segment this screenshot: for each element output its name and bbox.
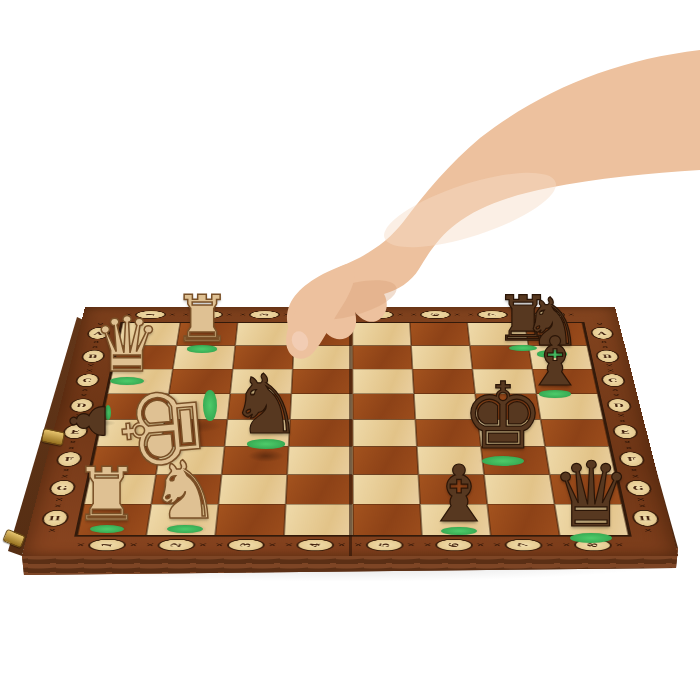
front-file-label-7: ✕7✕ — [492, 539, 556, 551]
border-filigree-motif: ✕ — [339, 313, 347, 316]
coordinate-medallion: 5 — [366, 539, 404, 551]
coordinate-label: 5 — [372, 313, 385, 317]
coordinate-medallion: 7 — [504, 539, 543, 551]
border-filigree-motif: ✕ — [406, 542, 415, 547]
border-filigree-motif: ✕ — [629, 468, 639, 473]
coordinate-label: C — [608, 378, 618, 383]
square-e4[interactable] — [353, 419, 417, 446]
border-filigree-motif: ✕ — [239, 313, 247, 316]
chess-photo-scene: ✕1✕✕2✕✕3✕✕4✕✕5✕✕6✕✕7✕✕8✕ ✕1✕✕2✕✕3✕✕4✕✕5✕… — [0, 0, 700, 700]
left-rank-label-A: ✕A✕ — [84, 323, 111, 344]
coordinate-label: E — [620, 429, 630, 435]
coordinate-label: 3 — [258, 313, 271, 317]
border-filigree-motif: ✕ — [74, 413, 83, 417]
right-rank-label-G: ✕G✕ — [622, 474, 654, 502]
coordinate-medallion: F — [617, 452, 646, 467]
coordinate-medallion: 1 — [134, 310, 167, 318]
border-filigree-motif: ✕ — [354, 542, 363, 547]
coordinate-label: B — [88, 354, 98, 359]
front-file-label-2: ✕2✕ — [145, 539, 209, 551]
border-filigree-motif: ✕ — [643, 528, 653, 533]
coordinate-medallion: A — [589, 327, 614, 339]
border-filigree-motif: ✕ — [182, 313, 190, 316]
square-e3[interactable] — [353, 446, 419, 474]
square-g7[interactable] — [470, 346, 533, 370]
border-filigree-motif: ✕ — [545, 542, 555, 547]
border-filigree-motif: ✕ — [611, 388, 620, 392]
border-filigree-motif: ✕ — [268, 542, 277, 547]
back-file-label-6: ✕6✕ — [410, 310, 461, 318]
border-filigree-motif: ✕ — [631, 474, 641, 479]
coordinate-label: 2 — [168, 542, 185, 547]
front-file-label-8: ✕8✕ — [561, 539, 625, 551]
coordinate-medallion: 4 — [296, 539, 334, 551]
coordinate-label: F — [626, 456, 636, 462]
border-filigree-motif: ✕ — [54, 497, 64, 502]
square-c6[interactable] — [230, 369, 293, 394]
coordinate-medallion: 7 — [476, 310, 508, 318]
square-c2[interactable] — [218, 475, 287, 505]
border-filigree-motif: ✕ — [145, 542, 155, 547]
border-filigree-motif: ✕ — [618, 419, 627, 423]
coordinate-label: 8 — [585, 542, 601, 547]
coordinate-medallion: 1 — [87, 539, 127, 551]
border-filigree-motif: ✕ — [76, 542, 86, 547]
coordinate-label: F — [64, 456, 74, 462]
square-d8[interactable] — [294, 323, 353, 346]
hand-highlight — [376, 157, 563, 262]
border-filigree-motif: ✕ — [637, 504, 647, 509]
coordinate-medallion: E — [611, 424, 639, 439]
left-rank-label-B: ✕B✕ — [79, 345, 107, 367]
left-rank-label-G: ✕G✕ — [46, 474, 78, 502]
coordinate-label: 7 — [486, 313, 499, 317]
border-filigree-motif: ✕ — [600, 340, 609, 344]
coordinate-label: 4 — [315, 313, 328, 317]
folding-chess-board: ✕1✕✕2✕✕3✕✕4✕✕5✕✕6✕✕7✕✕8✕ ✕1✕✕2✕✕3✕✕4✕✕5✕… — [22, 307, 678, 556]
border-filigree-motif: ✕ — [47, 528, 57, 533]
square-c8[interactable] — [235, 323, 295, 346]
square-c7[interactable] — [233, 346, 294, 370]
square-g2[interactable] — [484, 475, 554, 505]
square-d6[interactable] — [291, 369, 352, 394]
coordinate-medallion: 3 — [249, 310, 281, 318]
coordinate-medallion: 8 — [533, 310, 566, 318]
board-border-frame: ✕1✕✕2✕✕3✕✕4✕✕5✕✕6✕✕7✕✕8✕ ✕1✕✕2✕✕3✕✕4✕✕5✕… — [22, 307, 678, 556]
border-filigree-motif: ✕ — [125, 313, 133, 316]
border-filigree-motif: ✕ — [524, 313, 532, 316]
back-file-label-2: ✕2✕ — [181, 310, 233, 318]
square-f3[interactable] — [417, 446, 484, 474]
border-filigree-motif: ✕ — [128, 542, 138, 547]
square-d2[interactable] — [286, 475, 353, 505]
border-filigree-motif: ✕ — [225, 313, 233, 316]
border-filigree-motif: ✕ — [410, 313, 418, 316]
coordinate-medallion: G — [623, 480, 652, 496]
front-file-label-5: ✕5✕ — [354, 539, 416, 551]
border-filigree-motif: ✕ — [60, 474, 70, 479]
border-filigree-motif: ✕ — [67, 446, 76, 450]
left-rank-label-F: ✕F✕ — [53, 446, 84, 473]
coordinate-medallion: 2 — [157, 539, 196, 551]
border-filigree-motif: ✕ — [73, 419, 82, 423]
back-file-label-1: ✕1✕ — [124, 310, 176, 318]
coordinate-medallion: 8 — [573, 539, 613, 551]
hinge-seam — [349, 307, 352, 556]
coordinate-medallion: 6 — [420, 310, 452, 318]
right-rank-label-D: ✕D✕ — [604, 393, 634, 417]
square-b1[interactable] — [146, 504, 218, 535]
coordinate-label: 2 — [201, 313, 215, 317]
coordinate-label: 1 — [144, 313, 158, 317]
back-file-label-8: ✕8✕ — [523, 310, 575, 318]
border-filigree-motif: ✕ — [510, 313, 518, 316]
border-filigree-motif: ✕ — [92, 340, 101, 344]
coordinate-label: B — [602, 354, 612, 359]
border-filigree-motif: ✕ — [476, 542, 486, 547]
border-filigree-motif: ✕ — [80, 388, 89, 392]
border-filigree-motif: ✕ — [467, 313, 475, 316]
front-file-label-4: ✕4✕ — [284, 539, 346, 551]
back-file-label-5: ✕5✕ — [353, 310, 404, 318]
border-filigree-motif: ✕ — [337, 542, 346, 547]
border-filigree-motif: ✕ — [562, 542, 572, 547]
left-rank-label-D: ✕D✕ — [66, 393, 96, 417]
board-grid — [74, 322, 632, 537]
border-filigree-motif: ✕ — [423, 542, 432, 547]
border-filigree-motif: ✕ — [617, 413, 626, 417]
right-rank-label-A: ✕A✕ — [588, 323, 615, 344]
border-filigree-motif: ✕ — [61, 468, 71, 473]
square-f4[interactable] — [415, 419, 481, 446]
coordinate-medallion: C — [74, 374, 100, 387]
right-rank-label-E: ✕E✕ — [610, 419, 640, 444]
coordinate-medallion: A — [86, 327, 111, 339]
back-file-label-4: ✕4✕ — [296, 310, 347, 318]
square-g1[interactable] — [487, 504, 559, 535]
square-a7[interactable] — [113, 346, 177, 370]
left-rank-label-C: ✕C✕ — [73, 369, 102, 392]
coordinate-label: 8 — [543, 313, 556, 317]
coordinate-medallion: 5 — [363, 310, 394, 318]
square-h1[interactable] — [554, 504, 628, 535]
coordinate-medallion: 2 — [191, 310, 223, 318]
square-d4[interactable] — [289, 419, 353, 446]
square-g5[interactable] — [475, 394, 540, 420]
coordinate-label: D — [613, 403, 624, 409]
square-b7[interactable] — [173, 346, 235, 370]
coordinate-label: A — [93, 331, 102, 336]
square-d7[interactable] — [293, 346, 353, 370]
border-filigree-motif: ✕ — [53, 504, 63, 509]
border-filigree-motif: ✕ — [396, 313, 404, 316]
border-filigree-motif: ✕ — [567, 313, 575, 316]
border-filigree-motif: ✕ — [79, 393, 88, 397]
border-filigree-motif: ✕ — [636, 497, 646, 502]
right-rank-label-C: ✕C✕ — [599, 369, 628, 392]
square-b4[interactable] — [160, 419, 227, 446]
square-c3[interactable] — [222, 446, 289, 474]
square-h5[interactable] — [536, 394, 603, 420]
square-g8[interactable] — [467, 323, 528, 346]
left-rank-label-H: ✕H✕ — [38, 504, 71, 533]
coordinate-label: 5 — [377, 542, 393, 547]
square-a5[interactable] — [102, 394, 169, 420]
border-filigree-motif: ✕ — [596, 323, 604, 326]
square-d3[interactable] — [287, 446, 353, 474]
front-file-label-1: ✕1✕ — [75, 539, 139, 551]
border-filigree-motif: ✕ — [91, 345, 100, 349]
square-h4[interactable] — [541, 419, 610, 446]
coordinate-medallion: 6 — [435, 539, 474, 551]
border-filigree-motif: ✕ — [198, 542, 208, 547]
border-filigree-motif: ✕ — [492, 542, 502, 547]
square-a4[interactable] — [96, 419, 164, 446]
back-file-label-7: ✕7✕ — [467, 310, 519, 318]
back-file-label-3: ✕3✕ — [239, 310, 290, 318]
coordinate-label: 6 — [446, 542, 462, 547]
square-f2[interactable] — [418, 475, 487, 505]
coordinate-label: H — [48, 515, 61, 522]
border-filigree-motif: ✕ — [353, 313, 361, 316]
square-b6[interactable] — [169, 369, 233, 394]
border-filigree-motif: ✕ — [168, 313, 176, 316]
border-filigree-motif: ✕ — [601, 345, 610, 349]
border-filigree-motif: ✕ — [86, 364, 95, 368]
coordinate-medallion: B — [594, 350, 620, 363]
square-g3[interactable] — [481, 446, 550, 474]
border-filigree-motif: ✕ — [624, 446, 633, 450]
square-f5[interactable] — [414, 394, 478, 420]
square-h7[interactable] — [528, 346, 592, 370]
coordinate-label: G — [56, 485, 68, 491]
square-a3[interactable] — [90, 446, 160, 474]
coordinate-label: 1 — [99, 542, 116, 547]
coordinate-medallion: 3 — [226, 539, 265, 551]
coordinate-medallion: E — [61, 424, 89, 439]
right-rank-label-F: ✕F✕ — [616, 446, 647, 473]
border-filigree-motif: ✕ — [282, 313, 290, 316]
square-a2[interactable] — [84, 475, 156, 505]
square-d5[interactable] — [290, 394, 353, 420]
square-d1[interactable] — [284, 504, 353, 535]
coordinate-label: H — [638, 515, 651, 522]
left-rank-label-E: ✕E✕ — [60, 419, 90, 444]
square-a1[interactable] — [77, 504, 151, 535]
coordinate-medallion: H — [630, 510, 660, 527]
border-filigree-motif: ✕ — [614, 542, 624, 547]
coordinate-label: A — [597, 331, 606, 336]
border-filigree-motif: ✕ — [605, 364, 614, 368]
front-file-label-3: ✕3✕ — [214, 539, 277, 551]
square-b8[interactable] — [177, 323, 238, 346]
square-f1[interactable] — [420, 504, 491, 535]
square-f8[interactable] — [410, 323, 470, 346]
square-b2[interactable] — [151, 475, 221, 505]
coordinate-label: D — [76, 403, 87, 409]
square-c5[interactable] — [227, 394, 291, 420]
square-e6[interactable] — [353, 369, 414, 394]
square-f7[interactable] — [411, 346, 472, 370]
coordinate-medallion: 4 — [306, 310, 337, 318]
coordinate-label: 3 — [238, 542, 254, 547]
right-rank-label-B: ✕B✕ — [593, 345, 621, 367]
square-e7[interactable] — [353, 346, 413, 370]
square-e8[interactable] — [352, 323, 411, 346]
square-a8[interactable] — [118, 323, 180, 346]
square-g4[interactable] — [478, 419, 545, 446]
square-g6[interactable] — [472, 369, 536, 394]
coordinate-medallion: D — [605, 398, 632, 412]
coordinate-label: 4 — [307, 542, 323, 547]
front-file-label-6: ✕6✕ — [423, 539, 486, 551]
square-e1[interactable] — [353, 504, 422, 535]
square-a6[interactable] — [108, 369, 173, 394]
square-h2[interactable] — [550, 475, 622, 505]
border-filigree-motif: ✕ — [453, 313, 461, 316]
border-filigree-motif: ✕ — [85, 369, 94, 373]
coordinate-medallion: C — [600, 374, 626, 387]
square-h6[interactable] — [532, 369, 597, 394]
coordinate-label: 6 — [429, 313, 442, 317]
coordinate-medallion: D — [68, 398, 95, 412]
border-filigree-motif: ✕ — [215, 542, 225, 547]
border-filigree-motif: ✕ — [68, 440, 77, 444]
square-h8[interactable] — [525, 323, 587, 346]
square-h3[interactable] — [545, 446, 615, 474]
border-filigree-motif: ✕ — [612, 393, 621, 397]
border-filigree-motif: ✕ — [284, 542, 293, 547]
coordinate-label: G — [632, 485, 644, 491]
square-b5[interactable] — [165, 394, 230, 420]
forearm-and-hand — [287, 50, 700, 342]
square-f6[interactable] — [412, 369, 475, 394]
coordinate-medallion: F — [54, 452, 83, 467]
square-e5[interactable] — [353, 394, 416, 420]
border-filigree-motif: ✕ — [606, 369, 615, 373]
square-e2[interactable] — [353, 475, 420, 505]
coordinate-medallion: G — [47, 480, 76, 496]
right-rank-label-H: ✕H✕ — [629, 504, 662, 533]
coordinate-medallion: B — [80, 350, 106, 363]
coordinate-medallion: H — [40, 510, 70, 527]
coordinate-label: E — [70, 429, 80, 435]
coordinate-label: C — [82, 378, 92, 383]
border-filigree-motif: ✕ — [296, 313, 304, 316]
border-filigree-motif: ✕ — [623, 440, 632, 444]
square-b3[interactable] — [156, 446, 225, 474]
border-filigree-motif: ✕ — [96, 323, 104, 326]
square-c1[interactable] — [215, 504, 285, 535]
coordinate-label: 7 — [516, 542, 532, 547]
square-c4[interactable] — [225, 419, 290, 446]
